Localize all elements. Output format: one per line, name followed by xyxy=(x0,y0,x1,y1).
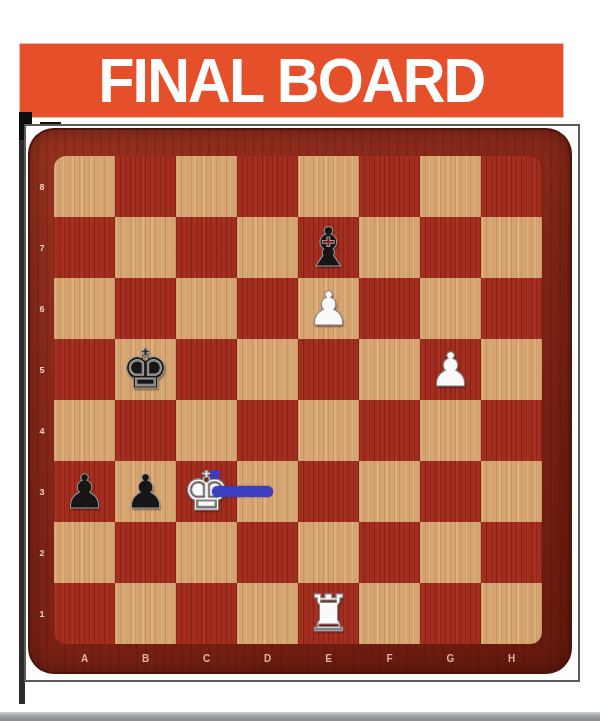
piece-black-king-b5[interactable]: ♚ xyxy=(115,339,176,400)
piece-black-pawn-a3[interactable]: ♟ xyxy=(54,461,115,522)
file-labels: ABCDEFGH xyxy=(54,648,542,668)
file-label-g: G xyxy=(420,648,481,668)
rank-label-3: 3 xyxy=(32,461,52,522)
piece-layer: ♝♟♚♟♟♟♚♜ xyxy=(54,156,542,644)
bottom-divider xyxy=(0,712,600,721)
page-title: FINAL BOARD xyxy=(98,49,484,112)
file-label-c: C xyxy=(176,648,237,668)
file-label-d: D xyxy=(237,648,298,668)
rank-labels: 87654321 xyxy=(32,156,52,644)
move-arrow-tail xyxy=(210,470,220,479)
piece-black-bishop-e7[interactable]: ♝ xyxy=(298,217,359,278)
piece-white-pawn-e6[interactable]: ♟ xyxy=(298,278,359,339)
rank-label-8: 8 xyxy=(32,156,52,217)
move-arrow xyxy=(212,486,273,497)
file-label-a: A xyxy=(54,648,115,668)
file-label-b: B xyxy=(115,648,176,668)
file-label-h: H xyxy=(481,648,542,668)
rank-label-7: 7 xyxy=(32,217,52,278)
rank-label-2: 2 xyxy=(32,522,52,583)
piece-white-rook-e1[interactable]: ♜ xyxy=(298,583,359,644)
file-label-f: F xyxy=(359,648,420,668)
board-frame: 87654321 ABCDEFGH ♝♟♚♟♟♟♚♜ xyxy=(28,128,572,674)
rank-label-6: 6 xyxy=(32,278,52,339)
rank-label-4: 4 xyxy=(32,400,52,461)
rank-label-5: 5 xyxy=(32,339,52,400)
piece-white-pawn-g5[interactable]: ♟ xyxy=(420,339,481,400)
board-photo: 87654321 ABCDEFGH ♝♟♚♟♟♟♚♜ xyxy=(24,124,580,682)
rank-label-1: 1 xyxy=(32,583,52,644)
file-label-e: E xyxy=(298,648,359,668)
final-board-banner: FINAL BOARD xyxy=(20,44,563,117)
piece-black-pawn-b3[interactable]: ♟ xyxy=(115,461,176,522)
